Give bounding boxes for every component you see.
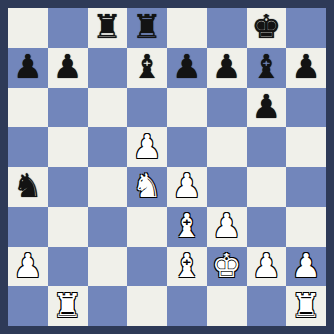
square-b8[interactable] — [48, 8, 88, 48]
square-d7[interactable]: ♝ — [127, 48, 167, 88]
square-h1[interactable]: ♜ — [286, 286, 326, 326]
black-knight-a4[interactable]: ♞ — [13, 169, 43, 202]
square-e2[interactable]: ♝ — [167, 247, 207, 287]
square-h8[interactable] — [286, 8, 326, 48]
square-c2[interactable] — [88, 247, 128, 287]
white-bishop-e2[interactable]: ♝ — [172, 249, 202, 282]
square-f2[interactable]: ♚ — [207, 247, 247, 287]
square-c8[interactable]: ♜ — [88, 8, 128, 48]
square-h3[interactable] — [286, 207, 326, 247]
square-d8[interactable]: ♜ — [127, 8, 167, 48]
square-g5[interactable] — [247, 127, 287, 167]
square-h7[interactable]: ♟ — [286, 48, 326, 88]
white-pawn-e4[interactable]: ♟ — [172, 169, 202, 202]
black-pawn-g6[interactable]: ♟ — [252, 90, 282, 123]
chess-board: ♜♜♚♟♟♝♟♟♝♟♟♟♞♞♟♝♟♟♝♚♟♟♜♜ — [8, 8, 326, 326]
square-f7[interactable]: ♟ — [207, 48, 247, 88]
white-rook-b1[interactable]: ♜ — [53, 289, 83, 322]
white-pawn-h2[interactable]: ♟ — [291, 249, 321, 282]
black-rook-c8[interactable]: ♜ — [93, 10, 123, 43]
white-bishop-e3[interactable]: ♝ — [172, 209, 202, 242]
white-pawn-d5[interactable]: ♟ — [132, 130, 162, 163]
square-e6[interactable] — [167, 88, 207, 128]
square-b6[interactable] — [48, 88, 88, 128]
white-knight-d4[interactable]: ♞ — [132, 169, 162, 202]
square-g8[interactable]: ♚ — [247, 8, 287, 48]
square-d6[interactable] — [127, 88, 167, 128]
square-d2[interactable] — [127, 247, 167, 287]
black-pawn-e7[interactable]: ♟ — [172, 50, 202, 83]
square-f5[interactable] — [207, 127, 247, 167]
square-f1[interactable] — [207, 286, 247, 326]
black-pawn-b7[interactable]: ♟ — [53, 50, 83, 83]
black-bishop-d7[interactable]: ♝ — [132, 50, 162, 83]
black-pawn-f7[interactable]: ♟ — [212, 50, 242, 83]
square-f3[interactable]: ♟ — [207, 207, 247, 247]
white-king-f2[interactable]: ♚ — [212, 249, 242, 282]
square-g3[interactable] — [247, 207, 287, 247]
chess-board-frame: ♜♜♚♟♟♝♟♟♝♟♟♟♞♞♟♝♟♟♝♚♟♟♜♜ — [0, 0, 334, 334]
square-a4[interactable]: ♞ — [8, 167, 48, 207]
square-f4[interactable] — [207, 167, 247, 207]
square-b3[interactable] — [48, 207, 88, 247]
square-f8[interactable] — [207, 8, 247, 48]
square-b2[interactable] — [48, 247, 88, 287]
black-rook-d8[interactable]: ♜ — [132, 10, 162, 43]
square-a2[interactable]: ♟ — [8, 247, 48, 287]
square-h5[interactable] — [286, 127, 326, 167]
square-d5[interactable]: ♟ — [127, 127, 167, 167]
square-e5[interactable] — [167, 127, 207, 167]
square-g7[interactable]: ♝ — [247, 48, 287, 88]
square-c7[interactable] — [88, 48, 128, 88]
square-c6[interactable] — [88, 88, 128, 128]
square-b7[interactable]: ♟ — [48, 48, 88, 88]
black-king-g8[interactable]: ♚ — [252, 10, 282, 43]
white-pawn-g2[interactable]: ♟ — [252, 249, 282, 282]
square-e7[interactable]: ♟ — [167, 48, 207, 88]
white-rook-h1[interactable]: ♜ — [291, 289, 321, 322]
white-pawn-f3[interactable]: ♟ — [212, 209, 242, 242]
square-e8[interactable] — [167, 8, 207, 48]
square-b5[interactable] — [48, 127, 88, 167]
black-pawn-a7[interactable]: ♟ — [13, 50, 43, 83]
square-b4[interactable] — [48, 167, 88, 207]
white-pawn-a2[interactable]: ♟ — [13, 249, 43, 282]
square-h2[interactable]: ♟ — [286, 247, 326, 287]
square-a8[interactable] — [8, 8, 48, 48]
square-b1[interactable]: ♜ — [48, 286, 88, 326]
square-a7[interactable]: ♟ — [8, 48, 48, 88]
square-a1[interactable] — [8, 286, 48, 326]
square-c3[interactable] — [88, 207, 128, 247]
square-c5[interactable] — [88, 127, 128, 167]
square-g4[interactable] — [247, 167, 287, 207]
black-pawn-h7[interactable]: ♟ — [291, 50, 321, 83]
square-d1[interactable] — [127, 286, 167, 326]
square-a5[interactable] — [8, 127, 48, 167]
square-d4[interactable]: ♞ — [127, 167, 167, 207]
square-g6[interactable]: ♟ — [247, 88, 287, 128]
square-f6[interactable] — [207, 88, 247, 128]
square-g2[interactable]: ♟ — [247, 247, 287, 287]
square-e3[interactable]: ♝ — [167, 207, 207, 247]
square-h6[interactable] — [286, 88, 326, 128]
square-a6[interactable] — [8, 88, 48, 128]
square-d3[interactable] — [127, 207, 167, 247]
square-a3[interactable] — [8, 207, 48, 247]
square-h4[interactable] — [286, 167, 326, 207]
black-bishop-g7[interactable]: ♝ — [252, 50, 282, 83]
square-c1[interactable] — [88, 286, 128, 326]
square-g1[interactable] — [247, 286, 287, 326]
square-e1[interactable] — [167, 286, 207, 326]
square-c4[interactable] — [88, 167, 128, 207]
square-e4[interactable]: ♟ — [167, 167, 207, 207]
